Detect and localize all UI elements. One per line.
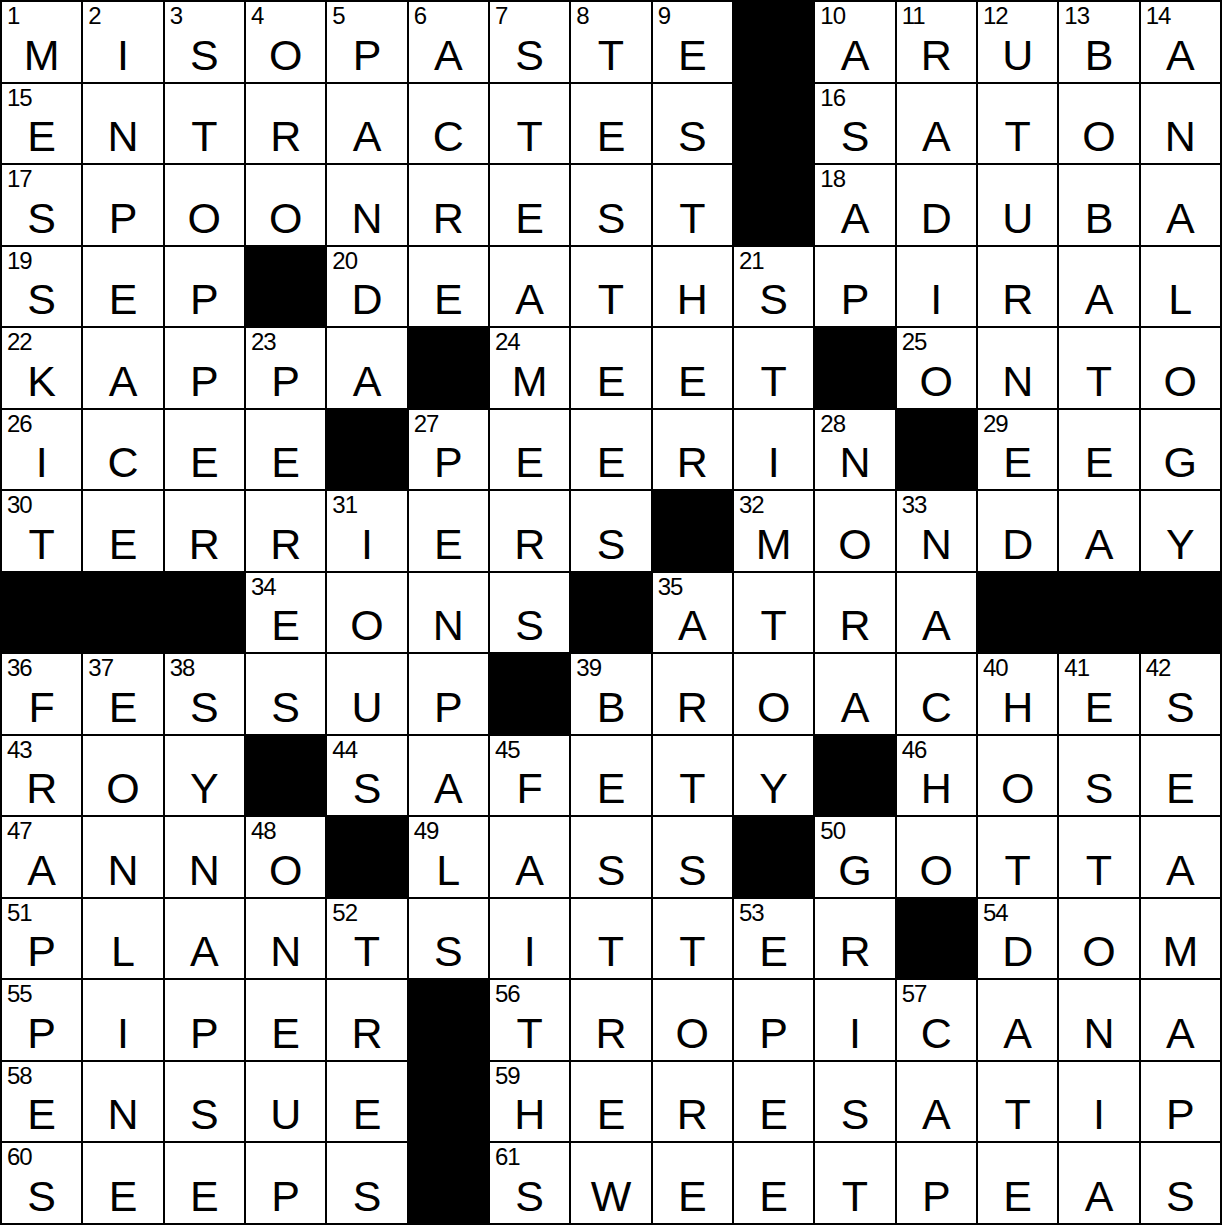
cell-r2c12[interactable]: A (897, 84, 976, 164)
cell-r2c2[interactable]: N (83, 84, 162, 164)
cell-r12c15[interactable]: M (1141, 899, 1220, 979)
cell-r7c12[interactable]: 33N (897, 491, 976, 571)
cell-letter: R (2, 767, 81, 810)
cell-r4c14[interactable]: A (1059, 247, 1138, 327)
cell-r11c12[interactable]: O (897, 817, 976, 897)
cell-letter: E (1059, 686, 1138, 729)
cell-r8c12[interactable]: A (897, 573, 976, 653)
cell-letter: A (490, 849, 569, 892)
cell-r3c14[interactable]: B (1059, 165, 1138, 245)
cell-r7c15[interactable]: Y (1141, 491, 1220, 571)
cell-r3c5[interactable]: N (327, 165, 406, 245)
cell-r13c11[interactable]: I (815, 980, 894, 1060)
cell-r4c1[interactable]: 19S (2, 247, 81, 327)
cell-r15c14[interactable]: A (1059, 1143, 1138, 1223)
cell-r1c4[interactable]: 4O (246, 2, 325, 82)
cell-r9c15[interactable]: 42S (1141, 654, 1220, 734)
cell-r13c8[interactable]: R (571, 980, 650, 1060)
cell-r15c9[interactable]: E (653, 1143, 732, 1223)
cell-r4c2[interactable]: E (83, 247, 162, 327)
cell-letter: E (571, 441, 650, 484)
cell-r3c13[interactable]: U (978, 165, 1057, 245)
cell-r14c1[interactable]: 58E (2, 1062, 81, 1142)
clue-number-32: 32 (739, 492, 764, 518)
cell-r6c2[interactable]: C (83, 410, 162, 490)
cell-r15c8[interactable]: W (571, 1143, 650, 1223)
cell-r11c9[interactable]: S (653, 817, 732, 897)
block-r4c4 (246, 247, 325, 327)
cell-r11c6[interactable]: 49L (409, 817, 488, 897)
cell-r12c9[interactable]: T (653, 899, 732, 979)
cell-r12c2[interactable]: L (83, 899, 162, 979)
cell-r11c14[interactable]: T (1059, 817, 1138, 897)
cell-r13c1[interactable]: 55P (2, 980, 81, 1060)
cell-r3c15[interactable]: A (1141, 165, 1220, 245)
cell-r8c4[interactable]: 34E (246, 573, 325, 653)
cell-r2c11[interactable]: 16S (815, 84, 894, 164)
cell-r3c3[interactable]: O (165, 165, 244, 245)
cell-r13c7[interactable]: 56T (490, 980, 569, 1060)
cell-r1c13[interactable]: 12U (978, 2, 1057, 82)
cell-r1c2[interactable]: 2I (83, 2, 162, 82)
cell-r9c6[interactable]: P (409, 654, 488, 734)
cell-letter: S (409, 930, 488, 973)
cell-r3c11[interactable]: 18A (815, 165, 894, 245)
cell-r5c10[interactable]: T (734, 328, 813, 408)
cell-r4c8[interactable]: T (571, 247, 650, 327)
cell-r5c15[interactable]: O (1141, 328, 1220, 408)
cell-letter: S (1141, 686, 1220, 729)
clue-number-18: 18 (820, 166, 845, 192)
cell-r15c3[interactable]: E (165, 1143, 244, 1223)
cell-r5c13[interactable]: N (978, 328, 1057, 408)
cell-r5c14[interactable]: T (1059, 328, 1138, 408)
clue-number-38: 38 (170, 655, 195, 681)
cell-r5c4[interactable]: 23P (246, 328, 325, 408)
cell-r15c2[interactable]: E (83, 1143, 162, 1223)
cell-r10c8[interactable]: E (571, 736, 650, 816)
cell-r7c13[interactable]: D (978, 491, 1057, 571)
cell-r5c7[interactable]: 24M (490, 328, 569, 408)
cell-letter: P (165, 278, 244, 321)
cell-r7c1[interactable]: 30T (2, 491, 81, 571)
cell-r6c11[interactable]: 28N (815, 410, 894, 490)
cell-letter: O (1141, 360, 1220, 403)
cell-letter: S (734, 278, 813, 321)
cell-r14c8[interactable]: E (571, 1062, 650, 1142)
cell-r13c2[interactable]: I (83, 980, 162, 1060)
cell-r11c11[interactable]: 50G (815, 817, 894, 897)
cell-letter: A (653, 604, 732, 647)
cell-letter: E (653, 1175, 732, 1218)
cell-r8c7[interactable]: S (490, 573, 569, 653)
cell-r5c9[interactable]: E (653, 328, 732, 408)
cell-r1c6[interactable]: 6A (409, 2, 488, 82)
clue-number-45: 45 (495, 737, 520, 763)
cell-r12c4[interactable]: N (246, 899, 325, 979)
cell-r10c1[interactable]: 43R (2, 736, 81, 816)
cell-letter: N (815, 441, 894, 484)
cell-r13c14[interactable]: N (1059, 980, 1138, 1060)
cell-letter: S (327, 1175, 406, 1218)
cell-r4c15[interactable]: L (1141, 247, 1220, 327)
cell-r11c3[interactable]: N (165, 817, 244, 897)
cell-letter: U (246, 1093, 325, 1136)
cell-r13c10[interactable]: P (734, 980, 813, 1060)
cell-r12c1[interactable]: 51P (2, 899, 81, 979)
cell-r3c6[interactable]: R (409, 165, 488, 245)
cell-letter: S (165, 686, 244, 729)
cell-r13c13[interactable]: A (978, 980, 1057, 1060)
cell-r5c1[interactable]: 22K (2, 328, 81, 408)
cell-r15c1[interactable]: 60S (2, 1143, 81, 1223)
block-r12c12 (897, 899, 976, 979)
cell-letter: A (1141, 197, 1220, 240)
cell-letter: T (571, 930, 650, 973)
cell-letter: I (815, 1012, 894, 1055)
cell-letter: O (653, 1012, 732, 1055)
cell-r6c3[interactable]: E (165, 410, 244, 490)
cell-r10c14[interactable]: S (1059, 736, 1138, 816)
clue-number-61: 61 (495, 1144, 520, 1170)
cell-r11c4[interactable]: 48O (246, 817, 325, 897)
clue-number-44: 44 (332, 737, 357, 763)
cell-r3c2[interactable]: P (83, 165, 162, 245)
cell-r1c11[interactable]: 10A (815, 2, 894, 82)
cell-r3c12[interactable]: D (897, 165, 976, 245)
cell-r10c15[interactable]: E (1141, 736, 1220, 816)
cell-r8c6[interactable]: N (409, 573, 488, 653)
cell-r7c4[interactable]: R (246, 491, 325, 571)
cell-letter: E (246, 604, 325, 647)
cell-r15c13[interactable]: E (978, 1143, 1057, 1223)
cell-r9c11[interactable]: A (815, 654, 894, 734)
cell-letter: E (2, 115, 81, 158)
cell-r14c3[interactable]: S (165, 1062, 244, 1142)
cell-r12c7[interactable]: I (490, 899, 569, 979)
cell-r14c5[interactable]: E (327, 1062, 406, 1142)
block-r14c6 (409, 1062, 488, 1142)
cell-letter: C (897, 1012, 976, 1055)
cell-r4c12[interactable]: I (897, 247, 976, 327)
cell-r2c3[interactable]: T (165, 84, 244, 164)
cell-r14c7[interactable]: 59H (490, 1062, 569, 1142)
cell-r15c11[interactable]: T (815, 1143, 894, 1223)
cell-r13c5[interactable]: R (327, 980, 406, 1060)
cell-r7c14[interactable]: A (1059, 491, 1138, 571)
cell-r13c9[interactable]: O (653, 980, 732, 1060)
cell-r6c13[interactable]: 29E (978, 410, 1057, 490)
cell-r12c14[interactable]: O (1059, 899, 1138, 979)
cell-letter: S (815, 115, 894, 158)
cell-r10c7[interactable]: 45F (490, 736, 569, 816)
cell-r7c6[interactable]: E (409, 491, 488, 571)
cell-r3c9[interactable]: T (653, 165, 732, 245)
cell-r8c11[interactable]: R (815, 573, 894, 653)
cell-r1c12[interactable]: 11R (897, 2, 976, 82)
cell-r2c9[interactable]: S (653, 84, 732, 164)
cell-r1c5[interactable]: 5P (327, 2, 406, 82)
cell-r13c15[interactable]: A (1141, 980, 1220, 1060)
block-r8c3 (165, 573, 244, 653)
cell-r11c13[interactable]: T (978, 817, 1057, 897)
cell-r15c12[interactable]: P (897, 1143, 976, 1223)
cell-r9c10[interactable]: O (734, 654, 813, 734)
crossword-grid: 1M2I3S4O5P6A7S8T9E10A11R12U13B14A15ENTRA… (0, 0, 1222, 1225)
cell-r4c10[interactable]: 21S (734, 247, 813, 327)
cell-letter: P (409, 441, 488, 484)
cell-r4c3[interactable]: P (165, 247, 244, 327)
cell-letter: P (246, 360, 325, 403)
cell-r2c8[interactable]: E (571, 84, 650, 164)
cell-letter: R (653, 441, 732, 484)
cell-r9c3[interactable]: 38S (165, 654, 244, 734)
cell-r14c13[interactable]: T (978, 1062, 1057, 1142)
cell-r2c13[interactable]: T (978, 84, 1057, 164)
cell-letter: C (409, 115, 488, 158)
cell-r7c5[interactable]: 31I (327, 491, 406, 571)
cell-letter: T (653, 930, 732, 973)
cell-letter: O (897, 360, 976, 403)
cell-r3c4[interactable]: O (246, 165, 325, 245)
cell-r7c11[interactable]: O (815, 491, 894, 571)
cell-letter: A (490, 278, 569, 321)
cell-r1c15[interactable]: 14A (1141, 2, 1220, 82)
cell-r10c9[interactable]: T (653, 736, 732, 816)
cell-r1c9[interactable]: 9E (653, 2, 732, 82)
cell-r12c8[interactable]: T (571, 899, 650, 979)
cell-letter: N (165, 849, 244, 892)
cell-r7c8[interactable]: S (571, 491, 650, 571)
clue-number-13: 13 (1064, 3, 1089, 29)
cell-letter: S (490, 34, 569, 77)
cell-r11c1[interactable]: 47A (2, 817, 81, 897)
cell-r12c11[interactable]: R (815, 899, 894, 979)
cell-letter: B (571, 686, 650, 729)
clue-number-24: 24 (495, 329, 520, 355)
cell-letter: F (2, 686, 81, 729)
cell-r11c2[interactable]: N (83, 817, 162, 897)
cell-r8c5[interactable]: O (327, 573, 406, 653)
cell-r5c2[interactable]: A (83, 328, 162, 408)
cell-r15c10[interactable]: E (734, 1143, 813, 1223)
cell-letter: N (83, 849, 162, 892)
cell-r14c2[interactable]: N (83, 1062, 162, 1142)
cell-letter: E (246, 441, 325, 484)
clue-number-46: 46 (902, 737, 927, 763)
cell-r14c4[interactable]: U (246, 1062, 325, 1142)
cell-r14c12[interactable]: A (897, 1062, 976, 1142)
cell-letter: A (897, 115, 976, 158)
cell-letter: E (83, 1175, 162, 1218)
cell-letter: S (653, 115, 732, 158)
cell-r10c6[interactable]: A (409, 736, 488, 816)
cell-letter: S (2, 197, 81, 240)
block-r7c9 (653, 491, 732, 571)
clue-number-52: 52 (332, 900, 357, 926)
cell-r10c12[interactable]: 46H (897, 736, 976, 816)
cell-letter: T (165, 115, 244, 158)
cell-r4c11[interactable]: P (815, 247, 894, 327)
cell-letter: H (490, 1093, 569, 1136)
cell-r9c14[interactable]: 41E (1059, 654, 1138, 734)
cell-r11c15[interactable]: A (1141, 817, 1220, 897)
cell-letter: N (409, 604, 488, 647)
cell-r5c8[interactable]: E (571, 328, 650, 408)
cell-r6c14[interactable]: E (1059, 410, 1138, 490)
clue-number-60: 60 (7, 1144, 32, 1170)
cell-r13c4[interactable]: E (246, 980, 325, 1060)
cell-r6c15[interactable]: G (1141, 410, 1220, 490)
cell-r9c2[interactable]: 37E (83, 654, 162, 734)
cell-r6c6[interactable]: 27P (409, 410, 488, 490)
cell-r5c12[interactable]: 25O (897, 328, 976, 408)
cell-letter: E (165, 441, 244, 484)
cell-r15c4[interactable]: P (246, 1143, 325, 1223)
cell-letter: O (83, 767, 162, 810)
clue-number-39: 39 (576, 655, 601, 681)
cell-r14c10[interactable]: E (734, 1062, 813, 1142)
block-r10c11 (815, 736, 894, 816)
cell-r15c7[interactable]: 61S (490, 1143, 569, 1223)
cell-r10c5[interactable]: 44S (327, 736, 406, 816)
clue-number-7: 7 (495, 3, 507, 29)
cell-letter: I (83, 34, 162, 77)
cell-r4c6[interactable]: E (409, 247, 488, 327)
cell-r7c2[interactable]: E (83, 491, 162, 571)
cell-r9c13[interactable]: 40H (978, 654, 1057, 734)
cell-r14c14[interactable]: I (1059, 1062, 1138, 1142)
cell-r4c13[interactable]: R (978, 247, 1057, 327)
cell-letter: Y (165, 767, 244, 810)
cell-letter: T (490, 115, 569, 158)
cell-r3c1[interactable]: 17S (2, 165, 81, 245)
cell-r11c7[interactable]: A (490, 817, 569, 897)
cell-r6c4[interactable]: E (246, 410, 325, 490)
cell-letter: E (2, 1093, 81, 1136)
cell-r7c3[interactable]: R (165, 491, 244, 571)
cell-r13c12[interactable]: 57C (897, 980, 976, 1060)
cell-letter: O (165, 197, 244, 240)
cell-r12c5[interactable]: 52T (327, 899, 406, 979)
cell-r1c14[interactable]: 13B (1059, 2, 1138, 82)
cell-r2c15[interactable]: N (1141, 84, 1220, 164)
cell-r6c9[interactable]: R (653, 410, 732, 490)
clue-number-51: 51 (7, 900, 32, 926)
cell-r12c10[interactable]: 53E (734, 899, 813, 979)
clue-number-50: 50 (820, 818, 845, 844)
cell-r12c3[interactable]: A (165, 899, 244, 979)
cell-r8c9[interactable]: 35A (653, 573, 732, 653)
cell-r12c13[interactable]: 54D (978, 899, 1057, 979)
cell-letter: P (2, 930, 81, 973)
cell-r7c7[interactable]: R (490, 491, 569, 571)
cell-letter: A (1059, 523, 1138, 566)
cell-letter: E (490, 197, 569, 240)
cell-r4c5[interactable]: 20D (327, 247, 406, 327)
cell-letter: O (978, 767, 1057, 810)
cell-letter: R (897, 34, 976, 77)
cell-r1c3[interactable]: 3S (165, 2, 244, 82)
cell-letter: O (1059, 930, 1138, 973)
cell-r9c5[interactable]: U (327, 654, 406, 734)
cell-letter: S (571, 849, 650, 892)
cell-r3c7[interactable]: E (490, 165, 569, 245)
cell-r10c10[interactable]: Y (734, 736, 813, 816)
cell-letter: P (165, 1012, 244, 1055)
cell-r9c12[interactable]: C (897, 654, 976, 734)
clue-number-12: 12 (983, 3, 1008, 29)
clue-number-31: 31 (332, 492, 357, 518)
cell-r1c7[interactable]: 7S (490, 2, 569, 82)
cell-r9c8[interactable]: 39B (571, 654, 650, 734)
cell-r10c3[interactable]: Y (165, 736, 244, 816)
cell-r1c1[interactable]: 1M (2, 2, 81, 82)
cell-r4c7[interactable]: A (490, 247, 569, 327)
cell-r14c15[interactable]: P (1141, 1062, 1220, 1142)
block-r8c2 (83, 573, 162, 653)
clue-number-21: 21 (739, 248, 764, 274)
cell-letter: E (734, 1175, 813, 1218)
cell-r9c4[interactable]: S (246, 654, 325, 734)
cell-letter: T (1059, 360, 1138, 403)
cell-letter: R (246, 523, 325, 566)
clue-number-57: 57 (902, 981, 927, 1007)
cell-letter: A (409, 767, 488, 810)
clue-number-23: 23 (251, 329, 276, 355)
cell-letter: T (490, 1012, 569, 1055)
cell-r6c7[interactable]: E (490, 410, 569, 490)
cell-r6c1[interactable]: 26I (2, 410, 81, 490)
cell-letter: O (1059, 115, 1138, 158)
cell-letter: I (897, 278, 976, 321)
cell-r6c8[interactable]: E (571, 410, 650, 490)
cell-letter: C (83, 441, 162, 484)
cell-r2c6[interactable]: C (409, 84, 488, 164)
cell-r14c9[interactable]: R (653, 1062, 732, 1142)
cell-r10c13[interactable]: O (978, 736, 1057, 816)
cell-r12c6[interactable]: S (409, 899, 488, 979)
cell-r11c8[interactable]: S (571, 817, 650, 897)
cell-letter: D (978, 523, 1057, 566)
cell-r4c9[interactable]: H (653, 247, 732, 327)
cell-r6c10[interactable]: I (734, 410, 813, 490)
cell-letter: E (83, 278, 162, 321)
cell-r15c15[interactable]: S (1141, 1143, 1220, 1223)
cell-r10c2[interactable]: O (83, 736, 162, 816)
cell-r1c8[interactable]: 8T (571, 2, 650, 82)
clue-number-16: 16 (820, 85, 845, 111)
cell-r13c3[interactable]: P (165, 980, 244, 1060)
cell-r5c3[interactable]: P (165, 328, 244, 408)
cell-r2c4[interactable]: R (246, 84, 325, 164)
cell-r2c1[interactable]: 15E (2, 84, 81, 164)
cell-r3c8[interactable]: S (571, 165, 650, 245)
cell-r15c5[interactable]: S (327, 1143, 406, 1223)
cell-letter: A (409, 34, 488, 77)
cell-r9c9[interactable]: R (653, 654, 732, 734)
clue-number-9: 9 (658, 3, 670, 29)
cell-r2c5[interactable]: A (327, 84, 406, 164)
cell-r8c10[interactable]: T (734, 573, 813, 653)
cell-r7c10[interactable]: 32M (734, 491, 813, 571)
cell-r9c1[interactable]: 36F (2, 654, 81, 734)
cell-r2c14[interactable]: O (1059, 84, 1138, 164)
cell-r2c7[interactable]: T (490, 84, 569, 164)
cell-r5c5[interactable]: A (327, 328, 406, 408)
cell-r14c11[interactable]: S (815, 1062, 894, 1142)
cell-letter: A (897, 1093, 976, 1136)
